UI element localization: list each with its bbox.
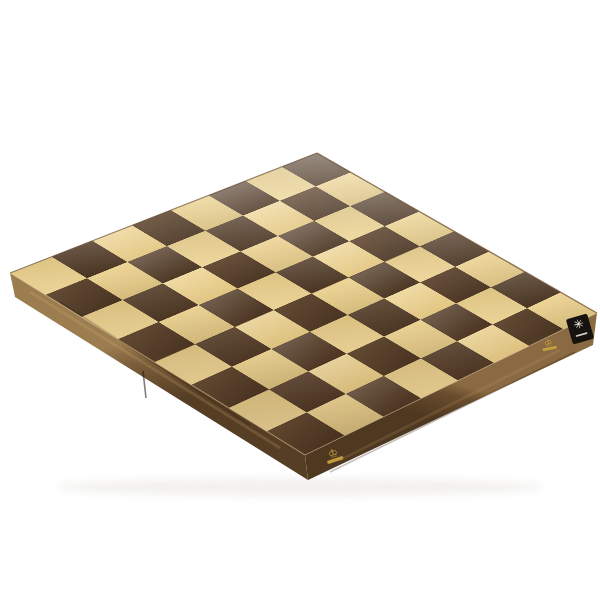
fold-seam-edge <box>143 371 146 398</box>
product-photo-stage: ♔ ♔ ✳ <box>0 0 600 600</box>
svg-text:♔: ♔ <box>327 446 340 461</box>
board-shadow <box>55 478 545 496</box>
gold-maker-stamp-front-icon: ♔ <box>323 445 344 464</box>
chessboard-top <box>10 153 597 455</box>
